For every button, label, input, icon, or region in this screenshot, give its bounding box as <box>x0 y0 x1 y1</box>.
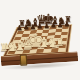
chess-board <box>7 26 68 54</box>
fold-seam <box>1 56 78 62</box>
chess-set-photo: ♜♞♝♛♚♝♞♜♟♟♟♟♟♟♟♟♟♟♟♟♟♟♟♟♜♞♝♛♚♝♞♜ <box>0 0 80 80</box>
brass-clasp-icon <box>20 54 28 65</box>
